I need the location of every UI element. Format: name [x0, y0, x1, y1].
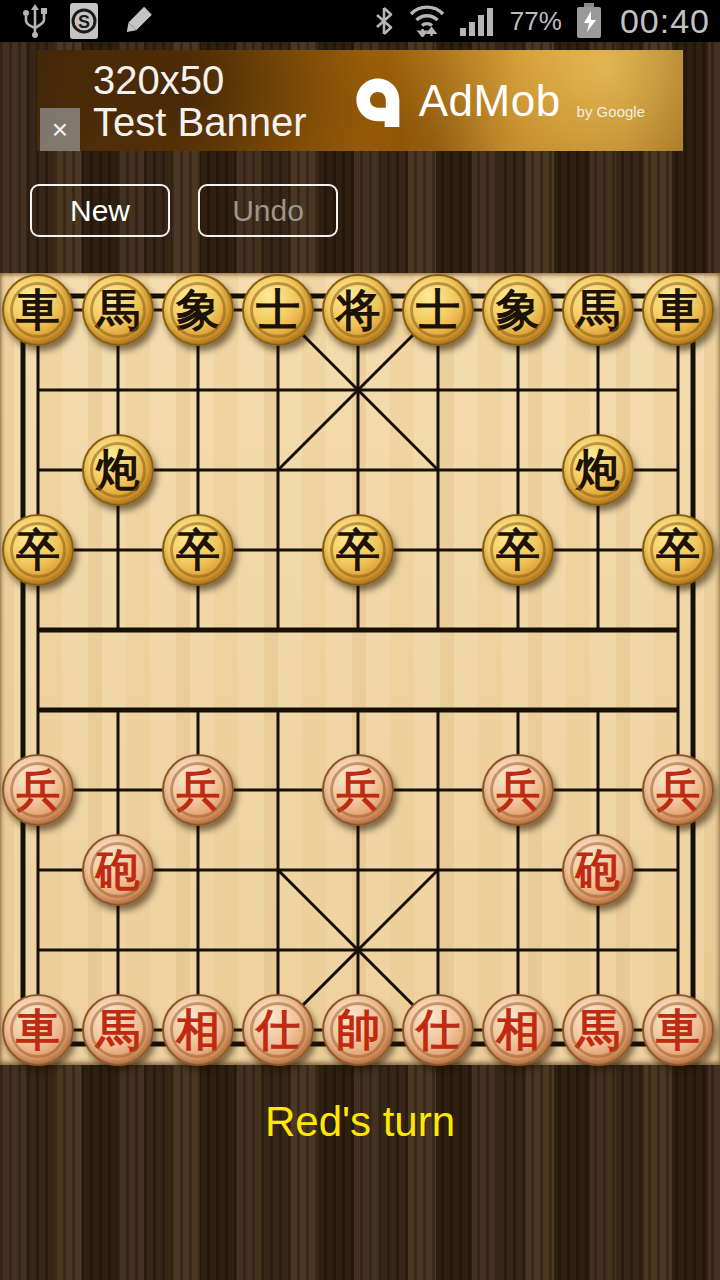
piece-red-horse[interactable]: 馬 — [82, 994, 154, 1066]
admob-logo: AdMob by Google — [353, 75, 645, 127]
ad-close-button[interactable]: × — [40, 108, 80, 151]
piece-red-cannon[interactable]: 砲 — [82, 834, 154, 906]
piece-black-soldier[interactable]: 卒 — [642, 514, 714, 586]
turn-indicator: Red's turn — [0, 1098, 720, 1146]
piece-black-rook[interactable]: 車 — [642, 274, 714, 346]
clock: 00:40 — [620, 2, 710, 41]
ad-size-label: 320x50 — [93, 59, 306, 101]
admob-icon — [353, 75, 405, 127]
ad-banner-text: 320x50 Test Banner — [93, 59, 306, 143]
piece-red-rook[interactable]: 車 — [642, 994, 714, 1066]
piece-black-soldier[interactable]: 卒 — [2, 514, 74, 586]
undo-button[interactable]: Undo — [198, 184, 338, 237]
ad-banner[interactable]: 320x50 Test Banner AdMob by Google — [37, 50, 683, 151]
piece-red-soldier[interactable]: 兵 — [162, 754, 234, 826]
xiangqi-board[interactable]: 車馬象士将士象馬車炮炮卒卒卒卒卒兵兵兵兵兵砲砲車馬相仕帥仕相馬車 — [0, 273, 720, 1065]
piece-black-general[interactable]: 将 — [322, 274, 394, 346]
signal-icon — [460, 6, 496, 36]
piece-black-advisor[interactable]: 士 — [402, 274, 474, 346]
piece-black-advisor[interactable]: 士 — [242, 274, 314, 346]
piece-red-horse[interactable]: 馬 — [562, 994, 634, 1066]
piece-black-cannon[interactable]: 炮 — [82, 434, 154, 506]
pencil-icon — [120, 4, 154, 38]
usb-icon — [22, 4, 48, 38]
piece-black-soldier[interactable]: 卒 — [322, 514, 394, 586]
piece-red-advisor[interactable]: 仕 — [242, 994, 314, 1066]
piece-red-general[interactable]: 帥 — [322, 994, 394, 1066]
piece-red-rook[interactable]: 車 — [2, 994, 74, 1066]
piece-black-elephant[interactable]: 象 — [162, 274, 234, 346]
piece-black-horse[interactable]: 馬 — [82, 274, 154, 346]
piece-red-soldier[interactable]: 兵 — [482, 754, 554, 826]
ad-title: Test Banner — [93, 101, 306, 143]
piece-red-advisor[interactable]: 仕 — [402, 994, 474, 1066]
admob-byline: by Google — [577, 103, 645, 120]
battery-charging-icon — [576, 3, 602, 39]
svg-text:S: S — [78, 12, 90, 32]
bluetooth-icon — [374, 6, 394, 36]
piece-black-soldier[interactable]: 卒 — [482, 514, 554, 586]
piece-red-soldier[interactable]: 兵 — [322, 754, 394, 826]
piece-red-soldier[interactable]: 兵 — [642, 754, 714, 826]
piece-red-soldier[interactable]: 兵 — [2, 754, 74, 826]
piece-black-horse[interactable]: 馬 — [562, 274, 634, 346]
piece-black-cannon[interactable]: 炮 — [562, 434, 634, 506]
board-grid — [0, 273, 720, 1065]
admob-wordmark: AdMob — [419, 76, 561, 126]
wifi-icon — [408, 5, 446, 37]
new-game-button[interactable]: New — [30, 184, 170, 237]
battery-percent: 77% — [510, 6, 562, 37]
s-app-icon: S — [70, 3, 98, 39]
piece-black-rook[interactable]: 車 — [2, 274, 74, 346]
piece-black-elephant[interactable]: 象 — [482, 274, 554, 346]
piece-red-elephant[interactable]: 相 — [482, 994, 554, 1066]
piece-black-soldier[interactable]: 卒 — [162, 514, 234, 586]
piece-red-elephant[interactable]: 相 — [162, 994, 234, 1066]
status-bar: S 77% 00 — [0, 0, 720, 42]
piece-red-cannon[interactable]: 砲 — [562, 834, 634, 906]
